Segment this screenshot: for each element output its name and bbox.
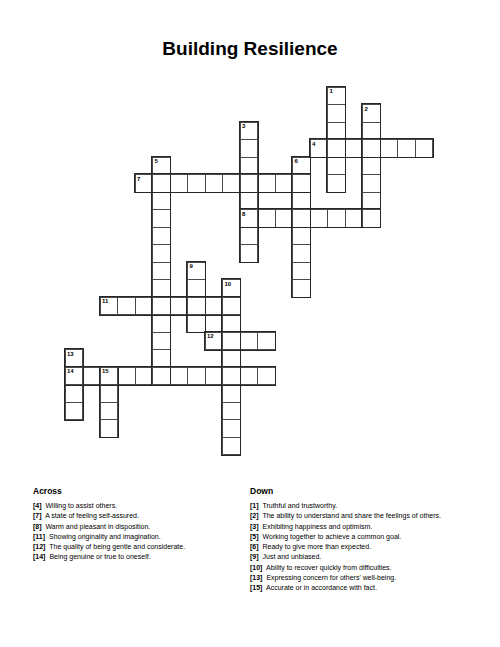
across-clue-14: [14] Being genuine or true to oneself. <box>33 552 249 562</box>
clue-number: [5] <box>250 533 259 540</box>
crossword-cell[interactable] <box>152 297 171 316</box>
crossword-cell[interactable] <box>257 367 276 386</box>
crossword-cell[interactable] <box>222 314 241 333</box>
crossword-cell[interactable] <box>117 297 136 316</box>
crossword-cell[interactable] <box>152 262 171 281</box>
crossword-cell[interactable] <box>240 192 259 211</box>
crossword-cell[interactable] <box>222 349 241 368</box>
clue-number: [4] <box>33 502 42 509</box>
crossword-cell[interactable]: 7 <box>135 174 154 193</box>
crossword-cell[interactable] <box>222 367 241 386</box>
cell-number: 14 <box>67 368 74 374</box>
crossword-grid: 123456789101112131415 <box>65 87 434 456</box>
clue-text: Accurate or in accordance with fact. <box>266 584 377 591</box>
crossword-cell[interactable] <box>170 297 189 316</box>
down-header: Down <box>250 486 498 496</box>
crossword-cell[interactable] <box>275 209 294 228</box>
cell-number: 4 <box>312 141 315 147</box>
crossword-cell[interactable] <box>362 157 381 176</box>
crossword-cell[interactable] <box>152 227 171 246</box>
crossword-cell[interactable] <box>187 314 206 333</box>
down-clue-list: [1] Truthful and trustworthy.[2] The abi… <box>250 501 498 594</box>
crossword-cell[interactable] <box>222 174 241 193</box>
crossword-cell[interactable]: 15 <box>100 367 119 386</box>
clue-number: [14] <box>33 553 45 560</box>
crossword-cell[interactable] <box>152 332 171 351</box>
cell-number: 15 <box>102 368 109 374</box>
across-clue-4: [4] Willing to assist others. <box>33 501 249 511</box>
down-clue-2: [2] The ability to understand and share … <box>250 511 498 521</box>
crossword-cell[interactable] <box>240 157 259 176</box>
crossword-cell[interactable] <box>362 122 381 141</box>
crossword-cell[interactable]: 13 <box>65 349 84 368</box>
crossword-cell[interactable] <box>257 174 276 193</box>
crossword-cell[interactable] <box>152 192 171 211</box>
crossword-cell[interactable] <box>292 209 311 228</box>
crossword-cell[interactable] <box>187 174 206 193</box>
clue-text: A state of feeling self-assured. <box>45 512 139 519</box>
cell-number: 10 <box>225 281 232 287</box>
crossword-cell[interactable]: 4 <box>310 139 329 158</box>
crossword-cell[interactable] <box>292 262 311 281</box>
crossword-cell[interactable] <box>100 419 119 438</box>
clue-number: [7] <box>33 512 42 519</box>
crossword-cell[interactable] <box>187 367 206 386</box>
crossword-cell[interactable]: 14 <box>65 367 84 386</box>
crossword-cell[interactable] <box>327 104 346 123</box>
cell-number: 5 <box>155 158 158 164</box>
clue-text: The ability to understand and share the … <box>262 512 441 519</box>
crossword-cell[interactable] <box>240 139 259 158</box>
crossword-cell[interactable] <box>222 384 241 403</box>
crossword-cell[interactable] <box>205 297 224 316</box>
cell-number: 1 <box>330 88 333 94</box>
clue-number: [3] <box>250 523 259 530</box>
crossword-cell[interactable] <box>152 244 171 263</box>
crossword-cell[interactable] <box>362 174 381 193</box>
crossword-cell[interactable] <box>100 384 119 403</box>
cell-number: 3 <box>242 123 245 129</box>
crossword-cell[interactable] <box>205 367 224 386</box>
clue-number: [11] <box>33 533 45 540</box>
crossword-cell[interactable] <box>345 209 364 228</box>
crossword-cell[interactable] <box>362 192 381 211</box>
crossword-cell[interactable] <box>222 419 241 438</box>
crossword-cell[interactable] <box>275 174 294 193</box>
crossword-cell[interactable] <box>292 279 311 298</box>
crossword-cell[interactable] <box>222 297 241 316</box>
clue-text: The quality of being gentle and consider… <box>49 543 185 550</box>
cell-number: 2 <box>365 106 368 112</box>
crossword-cell[interactable]: 9 <box>187 262 206 281</box>
across-clue-list: [4] Willing to assist others.[7] A state… <box>33 501 249 563</box>
clue-text: Ready to give more than expected. <box>263 543 372 550</box>
clue-text: Willing to assist others. <box>46 502 118 509</box>
crossword-cell[interactable] <box>152 314 171 333</box>
clue-number: [6] <box>250 543 259 550</box>
across-clue-12: [12] The quality of being gentle and con… <box>33 542 249 552</box>
clue-text: Working together to achieve a common goa… <box>263 533 402 540</box>
clue-text: Warm and pleasant in disposition. <box>46 523 151 530</box>
clue-text: Expressing concern for others' well-bein… <box>266 574 396 581</box>
crossword-cell[interactable] <box>240 244 259 263</box>
down-clue-9: [9] Just and unbiased. <box>250 552 498 562</box>
crossword-cell[interactable]: 12 <box>205 332 224 351</box>
across-clue-11: [11] Showing originality and imagination… <box>33 532 249 542</box>
down-clue-13: [13] Expressing concern for others' well… <box>250 573 498 583</box>
down-clue-15: [15] Accurate or in accordance with fact… <box>250 583 498 593</box>
crossword-cell[interactable] <box>362 139 381 158</box>
crossword-cell[interactable] <box>205 174 224 193</box>
crossword-cell[interactable]: 1 <box>327 87 346 106</box>
crossword-cell[interactable] <box>415 139 434 158</box>
clue-number: [8] <box>33 523 42 530</box>
crossword-cell[interactable] <box>292 174 311 193</box>
clue-number: [10] <box>250 564 262 571</box>
clue-number: [2] <box>250 512 259 519</box>
across-clue-8: [8] Warm and pleasant in disposition. <box>33 522 249 532</box>
crossword-cell[interactable] <box>222 332 241 351</box>
crossword-cell[interactable]: 11 <box>100 297 119 316</box>
crossword-cell[interactable] <box>170 174 189 193</box>
crossword-cell[interactable] <box>310 209 329 228</box>
crossword-cell[interactable] <box>117 367 136 386</box>
crossword-cell[interactable] <box>152 174 171 193</box>
across-clues-section: Across [4] Willing to assist others.[7] … <box>33 486 249 563</box>
crossword-cell[interactable]: 8 <box>240 209 259 228</box>
across-clue-7: [7] A state of feeling self-assured. <box>33 511 249 521</box>
clue-number: [13] <box>250 574 262 581</box>
crossword-cell[interactable] <box>240 174 259 193</box>
clue-text: Showing originality and imagination. <box>49 533 161 540</box>
cell-number: 12 <box>207 333 214 339</box>
crossword-cell[interactable] <box>257 209 276 228</box>
crossword-cell[interactable]: 5 <box>152 157 171 176</box>
crossword-cell[interactable] <box>380 139 399 158</box>
down-clue-3: [3] Exhibiting happiness and optimism. <box>250 522 498 532</box>
clue-text: Exhibiting happiness and optimism. <box>263 523 373 530</box>
crossword-cell[interactable] <box>100 402 119 421</box>
cell-number: 11 <box>102 298 108 304</box>
crossword-cell[interactable] <box>187 279 206 298</box>
crossword-cell[interactable]: 10 <box>222 279 241 298</box>
crossword-cell[interactable] <box>187 297 206 316</box>
crossword-cell[interactable] <box>240 227 259 246</box>
crossword-cell[interactable] <box>292 244 311 263</box>
cell-number: 6 <box>295 158 298 164</box>
crossword-cell[interactable]: 2 <box>362 104 381 123</box>
cell-number: 9 <box>190 263 193 269</box>
crossword-cell[interactable] <box>345 139 364 158</box>
down-clues-section: Down [1] Truthful and trustworthy.[2] Th… <box>250 486 498 594</box>
crossword-cell[interactable] <box>222 437 241 456</box>
down-clue-6: [6] Ready to give more than expected. <box>250 542 498 552</box>
cell-number: 13 <box>67 351 74 357</box>
crossword-cell[interactable] <box>135 367 154 386</box>
clue-number: [15] <box>250 584 262 591</box>
crossword-cell[interactable] <box>327 139 346 158</box>
crossword-cell[interactable] <box>292 227 311 246</box>
clue-text: Truthful and trustworthy. <box>262 502 337 509</box>
across-header: Across <box>33 486 249 496</box>
clue-number: [9] <box>250 553 259 560</box>
crossword-cell[interactable] <box>65 384 84 403</box>
crossword-cell[interactable] <box>65 402 84 421</box>
puzzle-title: Building Resilience <box>0 38 500 60</box>
crossword-cell[interactable] <box>240 367 259 386</box>
cell-number: 7 <box>137 176 140 182</box>
crossword-cell[interactable] <box>327 174 346 193</box>
down-clue-5: [5] Working together to achieve a common… <box>250 532 498 542</box>
crossword-cell[interactable] <box>397 139 416 158</box>
crossword-cell[interactable] <box>327 209 346 228</box>
crossword-cell[interactable] <box>152 349 171 368</box>
clue-text: Just and unbiased. <box>263 553 322 560</box>
crossword-cell[interactable] <box>152 209 171 228</box>
crossword-cell[interactable]: 6 <box>292 157 311 176</box>
crossword-cell[interactable] <box>292 192 311 211</box>
cell-number: 8 <box>242 211 245 217</box>
down-clue-10: [10] Ability to recover quickly from dif… <box>250 563 498 573</box>
crossword-cell[interactable] <box>240 332 259 351</box>
crossword-cell[interactable] <box>327 122 346 141</box>
crossword-cell[interactable] <box>327 157 346 176</box>
clue-number: [12] <box>33 543 45 550</box>
crossword-cell[interactable] <box>362 209 381 228</box>
clue-text: Ability to recover quickly from difficul… <box>266 564 392 571</box>
crossword-cell[interactable] <box>170 367 189 386</box>
clue-number: [1] <box>250 502 259 509</box>
crossword-cell[interactable] <box>152 279 171 298</box>
crossword-cell[interactable]: 3 <box>240 122 259 141</box>
crossword-cell[interactable] <box>152 367 171 386</box>
clue-text: Being genuine or true to oneself. <box>49 553 150 560</box>
down-clue-1: [1] Truthful and trustworthy. <box>250 501 498 511</box>
crossword-cell[interactable] <box>222 402 241 421</box>
crossword-cell[interactable] <box>135 297 154 316</box>
crossword-cell[interactable] <box>82 367 101 386</box>
crossword-cell[interactable] <box>257 332 276 351</box>
